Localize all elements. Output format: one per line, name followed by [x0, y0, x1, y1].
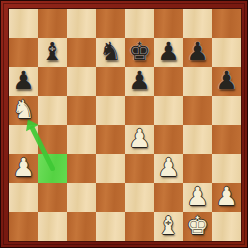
square-f5[interactable] — [154, 96, 183, 125]
piece-black-king-e7[interactable]: ♚ — [125, 38, 154, 67]
square-a7[interactable] — [9, 38, 38, 67]
square-d1[interactable] — [96, 212, 125, 241]
square-h7[interactable] — [212, 38, 241, 67]
piece-white-pawn-a3[interactable]: ♟ — [9, 154, 38, 183]
square-c4[interactable] — [67, 125, 96, 154]
square-g6[interactable] — [183, 67, 212, 96]
square-g4[interactable] — [183, 125, 212, 154]
piece-white-pawn-f3[interactable]: ♟ — [154, 154, 183, 183]
piece-white-king-g1[interactable]: ♚ — [183, 212, 212, 241]
square-d3[interactable] — [96, 154, 125, 183]
square-e8[interactable] — [125, 9, 154, 38]
square-e3[interactable] — [125, 154, 154, 183]
piece-white-pawn-e4[interactable]: ♟ — [125, 125, 154, 154]
square-d6[interactable] — [96, 67, 125, 96]
piece-white-bishop-f1[interactable]: ♝ — [154, 212, 183, 241]
square-d4[interactable] — [96, 125, 125, 154]
square-a4[interactable] — [9, 125, 38, 154]
square-h3[interactable] — [212, 154, 241, 183]
square-a8[interactable] — [9, 9, 38, 38]
square-b8[interactable] — [38, 9, 67, 38]
square-f2[interactable] — [154, 183, 183, 212]
square-c8[interactable] — [67, 9, 96, 38]
piece-white-pawn-g2[interactable]: ♟ — [183, 183, 212, 212]
square-b2[interactable] — [38, 183, 67, 212]
piece-black-pawn-a6[interactable]: ♟ — [9, 67, 38, 96]
piece-black-pawn-h6[interactable]: ♟ — [212, 67, 241, 96]
square-d2[interactable] — [96, 183, 125, 212]
square-a2[interactable] — [9, 183, 38, 212]
piece-black-pawn-g7[interactable]: ♟ — [183, 38, 212, 67]
square-h4[interactable] — [212, 125, 241, 154]
piece-black-bishop-b7[interactable]: ♝ — [38, 38, 67, 67]
square-d5[interactable] — [96, 96, 125, 125]
square-h1[interactable] — [212, 212, 241, 241]
piece-black-knight-d7[interactable]: ♞ — [96, 38, 125, 67]
square-f8[interactable] — [154, 9, 183, 38]
square-h8[interactable] — [212, 9, 241, 38]
square-b6[interactable] — [38, 67, 67, 96]
square-c7[interactable] — [67, 38, 96, 67]
square-a1[interactable] — [9, 212, 38, 241]
square-d8[interactable] — [96, 9, 125, 38]
square-b4[interactable] — [38, 125, 67, 154]
square-f4[interactable] — [154, 125, 183, 154]
piece-white-pawn-h2[interactable]: ♟ — [212, 183, 241, 212]
square-b1[interactable] — [38, 212, 67, 241]
square-c2[interactable] — [67, 183, 96, 212]
piece-white-knight-a5[interactable]: ♞ — [9, 96, 38, 125]
square-c6[interactable] — [67, 67, 96, 96]
square-h5[interactable] — [212, 96, 241, 125]
piece-black-pawn-f7[interactable]: ♟ — [154, 38, 183, 67]
chess-board: ♝♞♚♟♟♟♟♟♞♟♟♟♟♟♝♚ — [9, 9, 241, 241]
chess-board-frame: ♝♞♚♟♟♟♟♟♞♟♟♟♟♟♝♚ — [0, 0, 248, 248]
square-e2[interactable] — [125, 183, 154, 212]
square-c5[interactable] — [67, 96, 96, 125]
piece-black-pawn-e6[interactable]: ♟ — [125, 67, 154, 96]
square-g3[interactable] — [183, 154, 212, 183]
square-e5[interactable] — [125, 96, 154, 125]
square-b3[interactable] — [38, 154, 67, 183]
square-b5[interactable] — [38, 96, 67, 125]
square-c1[interactable] — [67, 212, 96, 241]
square-f6[interactable] — [154, 67, 183, 96]
square-g5[interactable] — [183, 96, 212, 125]
square-g8[interactable] — [183, 9, 212, 38]
square-c3[interactable] — [67, 154, 96, 183]
square-e1[interactable] — [125, 212, 154, 241]
